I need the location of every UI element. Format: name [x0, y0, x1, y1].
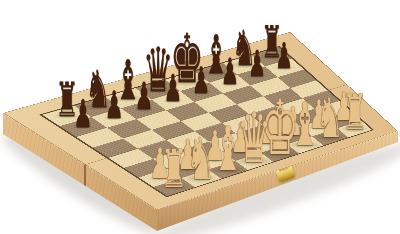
rook-glyph: ♜: [161, 143, 188, 196]
chess-set-photo: ♜♞♝♛♚♝♞♜♟♟♟♟♟♟♟♟♟♟♟♟♟♟♟♟♜♞♝♛♚♝♞♜: [0, 0, 400, 234]
pawn-glyph: ♟: [74, 95, 93, 134]
knight-glyph: ♞: [316, 91, 344, 146]
pawn-glyph: ♟: [192, 62, 211, 99]
knight-glyph: ♞: [187, 130, 216, 188]
pawn-glyph: ♟: [275, 38, 293, 74]
rook-glyph: ♜: [342, 88, 367, 137]
pawn-glyph: ♟: [134, 78, 153, 116]
pawn-glyph: ♟: [104, 86, 123, 124]
pawn-glyph: ♟: [220, 54, 238, 91]
bishop-glyph: ♝: [212, 119, 243, 181]
pawn-glyph: ♟: [248, 46, 266, 82]
pieces-layer: ♜♞♝♛♚♝♞♜♟♟♟♟♟♟♟♟♟♟♟♟♟♟♟♟♜♞♝♛♚♝♞♜: [0, 0, 400, 234]
pawn-glyph: ♟: [163, 70, 182, 107]
